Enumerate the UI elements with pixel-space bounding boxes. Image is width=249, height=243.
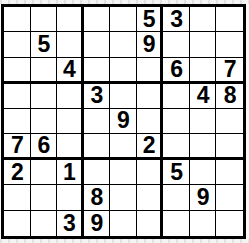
- empty-cell-r8c3[interactable]: [57, 185, 84, 210]
- empty-cell-r5c7[interactable]: [163, 109, 190, 134]
- empty-cell-r8c5[interactable]: [110, 185, 137, 210]
- empty-cell-r4c6[interactable]: [137, 84, 164, 109]
- empty-cell-r9c5[interactable]: [110, 211, 137, 236]
- empty-cell-r5c1[interactable]: [4, 109, 31, 134]
- empty-cell-r9c8[interactable]: [190, 211, 217, 236]
- empty-cell-r4c3[interactable]: [57, 84, 84, 109]
- empty-cell-r1c1[interactable]: [4, 7, 31, 32]
- given-cell-r6c6: 2: [137, 134, 164, 160]
- given-cell-r5c5: 9: [110, 109, 137, 134]
- given-cell-r1c6: 5: [137, 7, 164, 32]
- given-cell-r9c3: 3: [57, 211, 84, 236]
- given-cell-r7c1: 2: [4, 160, 31, 185]
- empty-cell-r5c9[interactable]: [216, 109, 243, 134]
- empty-cell-r8c2[interactable]: [31, 185, 58, 210]
- empty-cell-r6c9[interactable]: [216, 134, 243, 160]
- empty-cell-r1c9[interactable]: [216, 7, 243, 32]
- empty-cell-r1c8[interactable]: [190, 7, 217, 32]
- given-cell-r7c7: 5: [163, 160, 190, 185]
- empty-cell-r2c7[interactable]: [163, 32, 190, 57]
- given-cell-r3c3: 4: [57, 58, 84, 84]
- given-cell-r2c2: 5: [31, 32, 58, 57]
- empty-cell-r3c2[interactable]: [31, 58, 58, 84]
- empty-cell-r3c6[interactable]: [137, 58, 164, 84]
- empty-cell-r7c4[interactable]: [84, 160, 111, 185]
- given-cell-r4c8: 4: [190, 84, 217, 109]
- empty-cell-r8c7[interactable]: [163, 185, 190, 210]
- empty-cell-r1c5[interactable]: [110, 7, 137, 32]
- empty-cell-r2c5[interactable]: [110, 32, 137, 57]
- empty-cell-r2c4[interactable]: [84, 32, 111, 57]
- empty-cell-r7c8[interactable]: [190, 160, 217, 185]
- empty-cell-r7c5[interactable]: [110, 160, 137, 185]
- empty-cell-r2c9[interactable]: [216, 32, 243, 57]
- empty-cell-r7c6[interactable]: [137, 160, 164, 185]
- empty-cell-r9c7[interactable]: [163, 211, 190, 236]
- empty-cell-r5c8[interactable]: [190, 109, 217, 134]
- given-cell-r7c3: 1: [57, 160, 84, 185]
- empty-cell-r9c2[interactable]: [31, 211, 58, 236]
- given-cell-r6c2: 6: [31, 134, 58, 160]
- empty-cell-r1c2[interactable]: [31, 7, 58, 32]
- empty-cell-r5c4[interactable]: [84, 109, 111, 134]
- given-cell-r8c4: 8: [84, 185, 111, 210]
- empty-cell-r4c1[interactable]: [4, 84, 31, 109]
- empty-cell-r8c6[interactable]: [137, 185, 164, 210]
- given-cell-r4c4: 3: [84, 84, 111, 109]
- empty-cell-r6c7[interactable]: [163, 134, 190, 160]
- empty-cell-r5c3[interactable]: [57, 109, 84, 134]
- empty-cell-r6c4[interactable]: [84, 134, 111, 160]
- empty-cell-r6c5[interactable]: [110, 134, 137, 160]
- given-cell-r8c8: 9: [190, 185, 217, 210]
- given-cell-r9c4: 9: [84, 211, 111, 236]
- empty-cell-r1c4[interactable]: [84, 7, 111, 32]
- empty-cell-r1c3[interactable]: [57, 7, 84, 32]
- empty-cell-r5c2[interactable]: [31, 109, 58, 134]
- given-cell-r2c6: 9: [137, 32, 164, 57]
- empty-cell-r4c7[interactable]: [163, 84, 190, 109]
- given-cell-r4c9: 8: [216, 84, 243, 109]
- given-cell-r1c7: 3: [163, 7, 190, 32]
- sudoku-page: 535946734897622158939: [0, 0, 249, 243]
- empty-cell-r9c6[interactable]: [137, 211, 164, 236]
- empty-cell-r2c1[interactable]: [4, 32, 31, 57]
- empty-cell-r7c9[interactable]: [216, 160, 243, 185]
- sudoku-board: 535946734897622158939: [1, 4, 246, 239]
- given-cell-r3c9: 7: [216, 58, 243, 84]
- given-cell-r6c1: 7: [4, 134, 31, 160]
- empty-cell-r6c3[interactable]: [57, 134, 84, 160]
- empty-cell-r7c2[interactable]: [31, 160, 58, 185]
- empty-cell-r9c9[interactable]: [216, 211, 243, 236]
- empty-cell-r4c2[interactable]: [31, 84, 58, 109]
- empty-cell-r9c1[interactable]: [4, 211, 31, 236]
- empty-cell-r3c4[interactable]: [84, 58, 111, 84]
- empty-cell-r8c9[interactable]: [216, 185, 243, 210]
- empty-cell-r4c5[interactable]: [110, 84, 137, 109]
- empty-cell-r3c1[interactable]: [4, 58, 31, 84]
- empty-cell-r2c8[interactable]: [190, 32, 217, 57]
- empty-cell-r3c5[interactable]: [110, 58, 137, 84]
- empty-cell-r2c3[interactable]: [57, 32, 84, 57]
- empty-cell-r6c8[interactable]: [190, 134, 217, 160]
- given-cell-r3c7: 6: [163, 58, 190, 84]
- empty-cell-r3c8[interactable]: [190, 58, 217, 84]
- empty-cell-r5c6[interactable]: [137, 109, 164, 134]
- empty-cell-r8c1[interactable]: [4, 185, 31, 210]
